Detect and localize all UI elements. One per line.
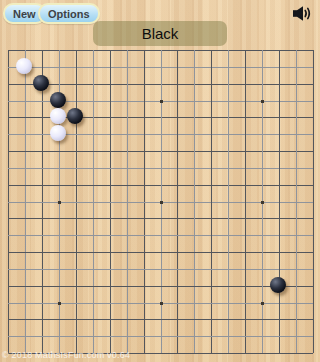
grid-line-horizontal (8, 286, 313, 287)
turn-indicator: Black (93, 21, 227, 46)
stone-white (50, 108, 66, 124)
stone-black (270, 277, 286, 293)
star-point (160, 100, 163, 103)
grid-line-horizontal (8, 319, 313, 320)
go-game-app: New Options Black © 2018 MathsIsFun.com … (0, 0, 320, 362)
grid-line-vertical (245, 50, 246, 353)
star-point (58, 201, 61, 204)
grid-line-vertical (228, 50, 229, 353)
grid-line-horizontal (8, 235, 313, 236)
grid-line-horizontal (8, 252, 313, 253)
grid-line-horizontal (8, 218, 313, 219)
grid-line-vertical (313, 50, 314, 353)
go-board[interactable] (8, 50, 313, 353)
grid-line-horizontal (8, 269, 313, 270)
stone-white (16, 58, 32, 74)
grid-line-vertical (177, 50, 178, 353)
star-point (160, 201, 163, 204)
stone-white (50, 125, 66, 141)
stone-black (67, 108, 83, 124)
star-point (160, 302, 163, 305)
grid-line-vertical (194, 50, 195, 353)
stone-black (33, 75, 49, 91)
grid-line-vertical (279, 50, 280, 353)
grid-line-vertical (211, 50, 212, 353)
star-point (261, 100, 264, 103)
star-point (261, 201, 264, 204)
sound-button[interactable] (293, 6, 313, 21)
grid-line-vertical (296, 50, 297, 353)
star-point (58, 302, 61, 305)
options-button[interactable]: Options (38, 3, 100, 24)
copyright-text: © 2018 MathsIsFun.com v0.64 (2, 350, 130, 360)
star-point (261, 302, 264, 305)
grid-line-horizontal (8, 336, 313, 337)
speaker-icon (293, 6, 313, 21)
stone-black (50, 92, 66, 108)
